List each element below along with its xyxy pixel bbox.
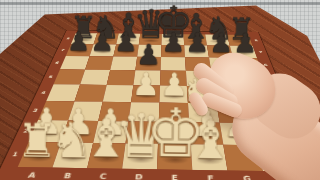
black-pawn-a7[interactable]: ♟ (67, 28, 91, 55)
black-pawn-f7[interactable]: ♟ (185, 29, 209, 56)
black-pawn-d6[interactable]: ♟ (136, 41, 161, 69)
black-pawn-g7[interactable]: ♟ (209, 30, 233, 57)
black-pawn-c7[interactable]: ♟ (114, 29, 138, 56)
black-pawn-h7[interactable]: ♟ (233, 30, 257, 57)
white-rook-h1[interactable]: ♜ (259, 121, 302, 168)
black-pawn-e7[interactable]: ♟ (161, 29, 185, 56)
video-frame: 8877665544332211ABCDEFGH ♜♞♝♛♚♝♞♜♟♟♟♟♟♟♟… (0, 0, 320, 180)
black-pawn-b7[interactable]: ♟ (90, 28, 114, 55)
white-bishop-f1[interactable]: ♝ (186, 113, 234, 167)
